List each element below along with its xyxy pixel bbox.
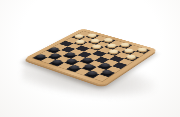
product-photo (0, 0, 180, 117)
